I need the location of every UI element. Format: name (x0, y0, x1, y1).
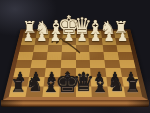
board-square (19, 45, 34, 52)
board-square (17, 52, 33, 60)
board-square (29, 68, 46, 77)
board-square (122, 77, 140, 87)
board-square (59, 87, 76, 97)
board-square (118, 52, 134, 60)
board-square (25, 87, 43, 97)
board-wooden-edge (1, 100, 149, 107)
board-square (30, 60, 46, 68)
board-square (33, 45, 48, 52)
board-square (90, 60, 106, 68)
board-square (60, 68, 76, 77)
board-square (107, 77, 124, 87)
board-square (27, 77, 44, 87)
board-square (89, 38, 103, 45)
board-square (44, 68, 60, 77)
board-square (15, 60, 31, 68)
board-square (106, 68, 123, 77)
board-square (91, 77, 108, 87)
board-square (91, 68, 107, 77)
board-square (102, 38, 116, 45)
board-square (42, 87, 59, 97)
chessboard-photo: ♜♞♝♚♛♝♞♜♟♟♟♟♟♟♟♟♟♟♟♟♟♟♟♟♜♞♝♚♛♝♞♜ (0, 0, 150, 113)
board-square (104, 52, 119, 60)
board-square (76, 77, 92, 87)
board-square (116, 45, 131, 52)
board-square (119, 60, 135, 68)
board-square (76, 68, 92, 77)
board-square (32, 52, 47, 60)
board-square (9, 87, 27, 97)
board-square (45, 60, 61, 68)
board-square (108, 87, 126, 97)
board-square (89, 45, 104, 52)
board-square (21, 38, 36, 45)
board-square (43, 77, 60, 87)
board-square (103, 45, 118, 52)
board-square (35, 38, 49, 45)
board-square (105, 60, 121, 68)
board-square (46, 52, 61, 60)
board-square (60, 60, 75, 68)
board-square (90, 52, 105, 60)
board-square (124, 87, 142, 97)
board-square (76, 87, 93, 97)
board-square (59, 77, 75, 87)
board-square (76, 60, 91, 68)
board-square (11, 77, 29, 87)
signature-mark (50, 33, 83, 54)
board-square (121, 68, 138, 77)
board-square (92, 87, 109, 97)
board-square (13, 68, 30, 77)
board-square (115, 38, 130, 45)
